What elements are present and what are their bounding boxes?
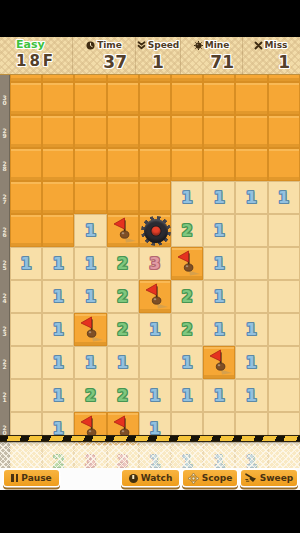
cell-number: 1 [149,380,160,411]
board-row: 221111 1 [0,346,300,379]
cell-number: 2 [181,281,192,312]
number-cell[interactable]: 1 [42,280,74,313]
number-cell[interactable]: 1 [203,247,235,280]
miss-label-row: Miss [243,37,298,52]
toolbar: Pause Watch Scope Sweep [0,468,300,490]
number-cell[interactable]: 1 [203,379,235,412]
hidden-cell[interactable] [74,148,106,181]
cell-number: 2 [85,380,96,411]
hidden-cell[interactable] [203,82,235,115]
cell-number: 1 [85,281,96,312]
hud: Easy 18F Time 37 Speed 1 [0,37,300,75]
hidden-cell[interactable] [107,115,139,148]
number-cell[interactable]: 3 [139,247,171,280]
hidden-cell[interactable] [171,148,203,181]
boundary-hazard-tape [0,435,300,442]
hidden-cell[interactable] [107,75,139,82]
hidden-cell[interactable] [74,82,106,115]
cell-number: 1 [117,347,128,378]
empty-cell[interactable] [235,247,267,280]
number-cell[interactable]: 1 [268,181,300,214]
number-cell[interactable]: 1 [203,313,235,346]
flag-icon [175,249,201,280]
scope-icon [188,473,199,484]
hidden-cell[interactable] [74,181,106,214]
hidden-cell[interactable] [235,115,267,148]
row-label: 21 [0,379,10,412]
number-cell[interactable]: 1 [203,214,235,247]
cell-number: 1 [181,347,192,378]
sweep-button-label: Sweep [260,473,293,483]
flag-cell[interactable] [203,346,235,379]
number-cell[interactable]: 2 [171,280,203,313]
board-row: 29 [0,115,300,148]
cell-number: 2 [117,281,128,312]
cell-number: 1 [214,248,225,279]
sweep-button[interactable]: Sweep [241,470,297,486]
row-label: 29 [0,115,10,148]
hidden-cell[interactable] [42,75,74,82]
empty-cell[interactable] [268,313,300,346]
hud-section-time: Time 37 [72,37,135,75]
number-cell[interactable]: 1 [235,181,267,214]
miss-value: 1 [243,52,298,72]
board-row: 28 [0,148,300,181]
row-label: 24 [0,280,10,313]
hidden-cell[interactable] [268,115,300,148]
row-label: 23 [0,313,10,346]
flag-icon [143,282,169,313]
board-row: 30 [0,82,300,115]
cell-number: 1 [246,380,257,411]
cell-number: 2 [181,314,192,345]
hidden-cell[interactable] [42,82,74,115]
number-cell[interactable]: 1 [42,247,74,280]
cell-number: 2 [117,314,128,345]
hidden-cell[interactable] [268,75,300,82]
board-row [0,75,300,82]
flag-cell[interactable] [74,313,106,346]
watch-button-label: Watch [141,473,173,483]
row-label: 30 [0,82,10,115]
hidden-cell[interactable] [235,75,267,82]
hidden-cell[interactable] [171,115,203,148]
hidden-cell[interactable] [74,75,106,82]
number-cell[interactable]: 1 [107,346,139,379]
flag-icon [78,315,104,346]
watch-button[interactable]: Watch [122,470,179,486]
number-cell[interactable]: 1 [171,379,203,412]
time-label: Time [97,39,122,52]
number-cell[interactable]: 2 [171,214,203,247]
flag-cell[interactable] [139,280,171,313]
cell-number: 1 [53,347,64,378]
game-screen: Easy 18F Time 37 Speed 1 [0,0,300,533]
empty-cell[interactable] [268,280,300,313]
pause-icon [11,474,18,482]
hidden-cell[interactable] [203,75,235,82]
empty-cell[interactable] [10,313,42,346]
empty-cell[interactable] [10,346,42,379]
flag-cell[interactable] [107,214,139,247]
number-cell[interactable]: 2 [171,313,203,346]
cell-number: 1 [149,314,160,345]
mine-value: 71 [181,52,242,72]
hidden-cell[interactable] [42,181,74,214]
hidden-cell[interactable] [10,115,42,148]
number-cell[interactable]: 1 [42,379,74,412]
hud-section-difficulty: Easy 18F [8,37,72,75]
number-cell[interactable]: 1 [74,280,106,313]
flag-cell[interactable] [171,247,203,280]
cell-number: 1 [85,215,96,246]
hidden-cell[interactable] [10,82,42,115]
clock-icon [86,41,95,50]
scope-button-label: Scope [202,473,233,483]
hidden-cell[interactable] [235,82,267,115]
cell-number: 2 [117,248,128,279]
board-row: 211221111 [0,379,300,412]
time-value: 37 [73,52,135,72]
hidden-cell[interactable] [10,75,42,82]
hud-section-miss: Miss 1 [242,37,298,75]
mine-label: Mine [205,39,230,52]
pause-button-label: Pause [21,473,51,483]
number-cell[interactable]: 1 [203,181,235,214]
minefield-board: 302928271111261 212511123 124112 [0,75,300,468]
number-cell[interactable]: 1 [10,247,42,280]
number-cell[interactable]: 1 [171,346,203,379]
row-label [0,75,10,82]
cell-number: 1 [214,281,225,312]
speed-value: 1 [136,52,180,72]
empty-cell[interactable] [10,379,42,412]
hidden-cell[interactable] [139,181,171,214]
cell-number: 1 [21,248,32,279]
mine-icon-small [194,41,203,50]
number-cell[interactable]: 1 [235,313,267,346]
cell-number: 1 [214,380,225,411]
empty-cell[interactable] [235,214,267,247]
number-cell[interactable]: 2 [107,379,139,412]
cell-number: 2 [117,380,128,411]
hidden-cell[interactable] [139,82,171,115]
hidden-cell[interactable] [139,115,171,148]
number-cell[interactable]: 2 [107,313,139,346]
speed-label: Speed [148,39,180,52]
number-cell[interactable]: 1 [74,247,106,280]
speed-icon [137,41,146,50]
hud-section-speed: Speed 1 [135,37,180,75]
hidden-cell[interactable] [203,148,235,181]
number-cell[interactable]: 1 [171,181,203,214]
flag-icon [207,348,233,379]
hidden-cell[interactable] [268,148,300,181]
hidden-cell[interactable] [203,115,235,148]
cell-number: 1 [53,380,64,411]
row-label: 28 [0,148,10,181]
cell-number: 1 [214,182,225,213]
board-row: 231 21211 [0,313,300,346]
hidden-cell[interactable] [10,148,42,181]
cell-number: 1 [214,314,225,345]
number-cell[interactable]: 1 [235,379,267,412]
empty-cell[interactable] [10,280,42,313]
mine-label-row: Mine [181,37,242,52]
number-cell[interactable]: 1 [74,214,106,247]
cell-number: 1 [214,215,225,246]
cell-number: 1 [246,314,257,345]
empty-cell[interactable] [268,247,300,280]
hidden-cell[interactable] [10,181,42,214]
board-grid: 302928271111261 212511123 124112 [0,75,300,468]
cell-number: 1 [85,347,96,378]
row-label: 27 [0,181,10,214]
cell-number: 1 [181,182,192,213]
cell-number: 1 [246,182,257,213]
number-cell[interactable]: 1 [139,379,171,412]
number-cell[interactable]: 1 [139,313,171,346]
board-row: 24112 21 [0,280,300,313]
time-label-row: Time [73,37,135,52]
cell-number: 1 [53,314,64,345]
mine-cell[interactable] [139,214,171,247]
miss-icon [254,41,263,50]
cell-number: 1 [278,182,289,213]
hidden-cell[interactable] [74,115,106,148]
row-label: 25 [0,247,10,280]
number-cell[interactable]: 2 [107,280,139,313]
hidden-cell[interactable] [42,115,74,148]
locked-area-mesh [0,441,300,468]
hidden-cell[interactable] [42,214,74,247]
hidden-cell[interactable] [139,148,171,181]
cell-number: 1 [181,380,192,411]
hidden-cell[interactable] [107,148,139,181]
scope-button[interactable]: Scope [183,470,237,486]
hud-section-mine: Mine 71 [180,37,242,75]
empty-cell[interactable] [139,346,171,379]
hidden-cell[interactable] [268,82,300,115]
row-label: 22 [0,346,10,379]
empty-cell[interactable] [268,214,300,247]
number-cell[interactable]: 1 [42,313,74,346]
number-cell[interactable]: 1 [42,346,74,379]
sweep-icon [245,473,257,483]
hidden-cell[interactable] [10,214,42,247]
watch-icon [129,474,138,483]
row-label: 26 [0,214,10,247]
flag-icon [111,216,137,247]
cell-number: 1 [53,281,64,312]
board-row: 261 21 [0,214,300,247]
hidden-cell[interactable] [42,148,74,181]
number-cell[interactable]: 2 [107,247,139,280]
board-row: 2511123 1 [0,247,300,280]
cell-number: 2 [181,215,192,246]
hidden-cell[interactable] [107,82,139,115]
empty-cell[interactable] [235,280,267,313]
hidden-cell[interactable] [235,148,267,181]
number-cell[interactable]: 1 [74,346,106,379]
number-cell[interactable]: 1 [235,346,267,379]
difficulty-badge: Easy [8,37,72,51]
board-row: 271111 [0,181,300,214]
hidden-cell[interactable] [171,75,203,82]
floor-indicator: 18F [8,51,72,71]
cell-number: 1 [85,248,96,279]
hidden-cell[interactable] [171,82,203,115]
hidden-cell[interactable] [139,75,171,82]
mine-icon [141,216,171,246]
empty-cell[interactable] [268,346,300,379]
cell-number: 3 [149,248,160,279]
cell-number: 1 [53,248,64,279]
cell-number: 1 [246,347,257,378]
empty-cell[interactable] [268,379,300,412]
pause-button[interactable]: Pause [4,470,59,486]
speed-label-row: Speed [136,37,180,52]
number-cell[interactable]: 1 [203,280,235,313]
number-cell[interactable]: 2 [74,379,106,412]
miss-label: Miss [265,39,288,52]
hidden-cell[interactable] [107,181,139,214]
